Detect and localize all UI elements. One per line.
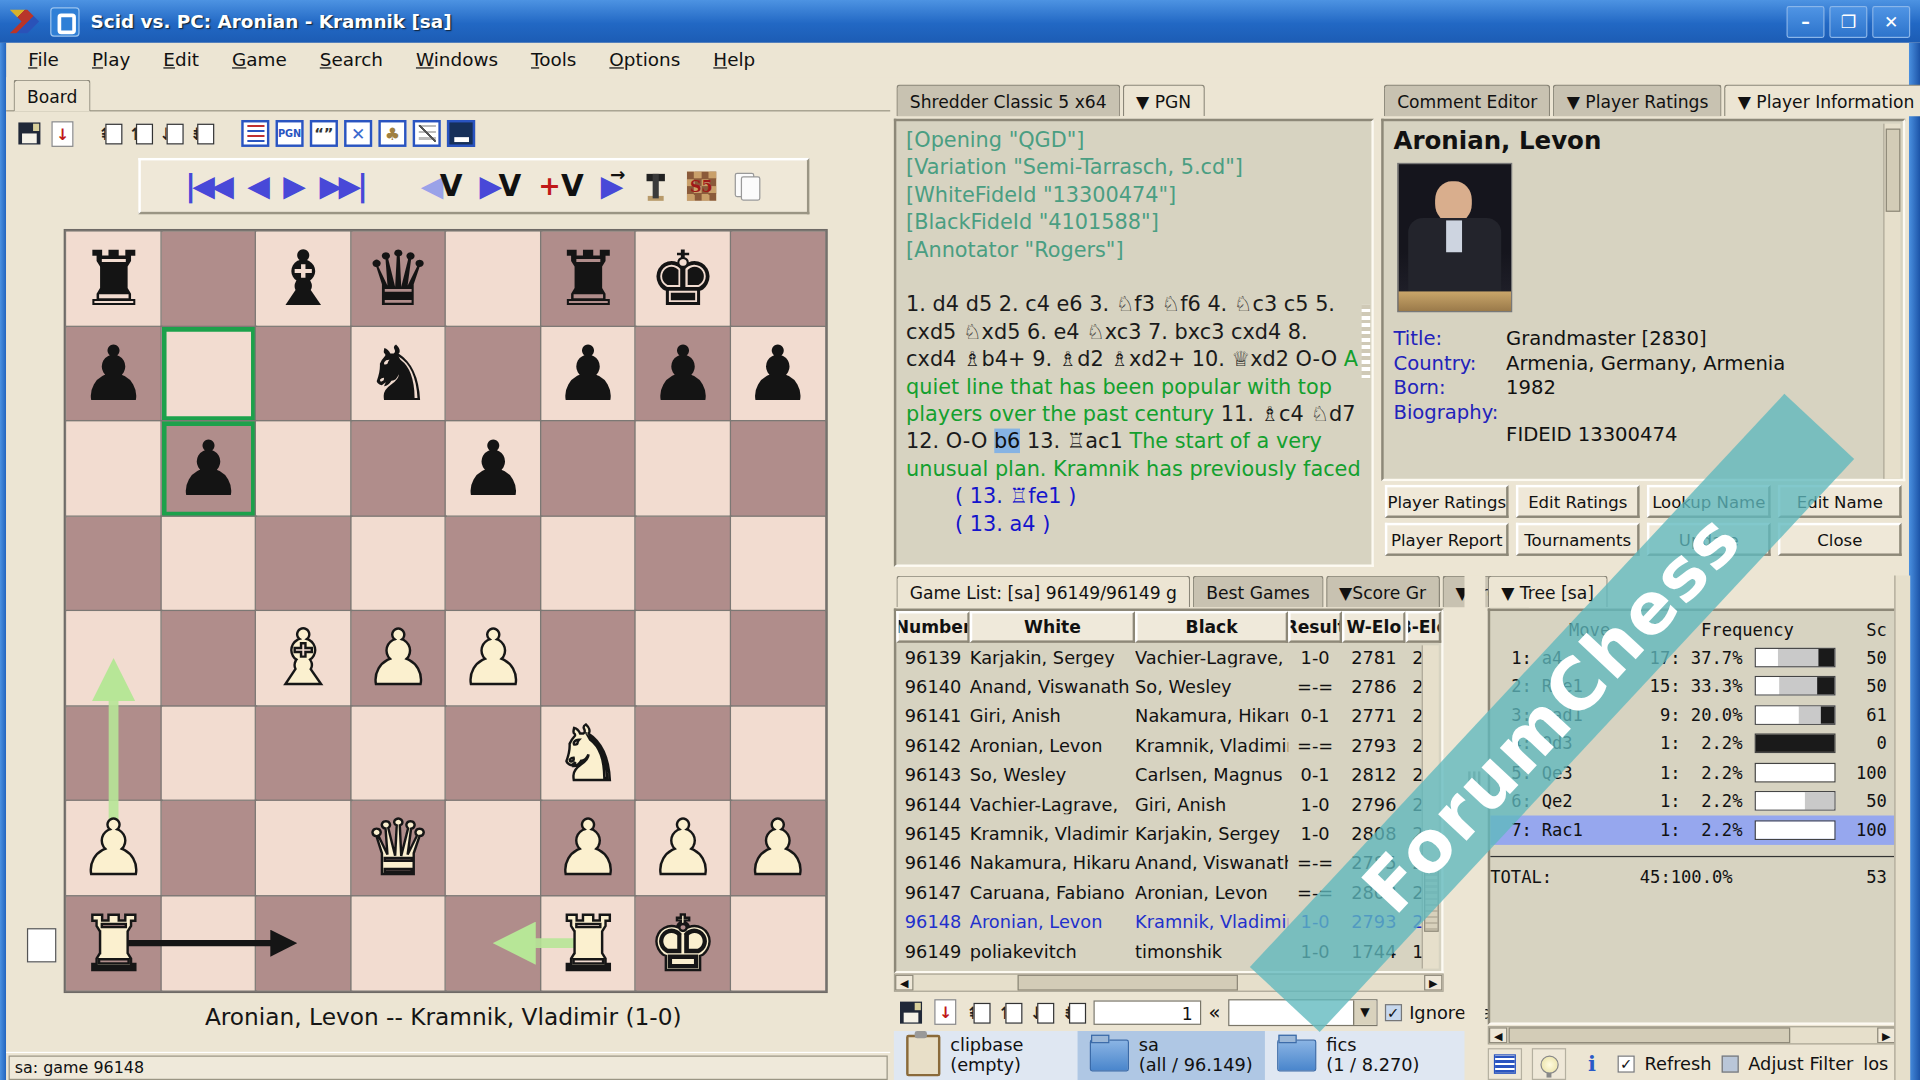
chess-board[interactable]: ♜♝♛♜♚♟♞♟♟♟♟♟♝♟♟♞♟♛♟♟♟♜♜♚ [64, 229, 828, 993]
tree-table[interactable]: MoveFrequencySc 1:a417: 37.7%50 2:Rfe115… [1490, 611, 1894, 1022]
game-list-icon[interactable] [241, 120, 269, 147]
white-pawn-d4: ♟ [351, 611, 446, 706]
status-bar: sa: game 96148 [6, 1052, 890, 1080]
square-a3[interactable] [66, 706, 161, 801]
panel-sash[interactable] [1464, 576, 1485, 1080]
square-h8[interactable] [730, 231, 825, 326]
clipboard-icon [906, 1035, 940, 1077]
game-row-96145[interactable]: 96145Kramnik, VladimirKarjakin, Sergey1-… [896, 819, 1441, 848]
column-w-elo[interactable]: W-Elo [1342, 611, 1406, 643]
square-g7[interactable]: ♟ [636, 326, 731, 421]
window-border-right [1909, 43, 1920, 1080]
white-knight-f3: ♞ [541, 706, 636, 801]
game-row-96142[interactable]: 96142Aronian, LevonKramnik, Vladimir=-=2… [896, 731, 1441, 760]
copy-icon[interactable] [733, 171, 762, 200]
engine-icon[interactable] [447, 120, 475, 147]
white-king-g1: ♚ [636, 896, 731, 991]
square-b7[interactable] [161, 326, 256, 421]
square-b4[interactable] [161, 611, 256, 706]
gamelist-save-icon[interactable] [898, 999, 925, 1026]
player-scrollbar[interactable] [1883, 124, 1900, 479]
close-button[interactable]: Close [1778, 523, 1902, 556]
move-back-button[interactable]: ◀ [247, 171, 266, 200]
lookup-name-button[interactable]: Lookup Name [1647, 485, 1771, 518]
refresh-label: Refresh [1644, 1054, 1711, 1074]
game-row-96139[interactable]: 96139Karjakin, SergeyVachier-Lagrave,1-0… [896, 643, 1441, 672]
menu-game[interactable]: Game [232, 49, 287, 71]
square-c2[interactable] [256, 801, 351, 896]
square-g4[interactable] [636, 611, 731, 706]
tree-move-Rad1[interactable]: 3:Rad1 9: 20.0%61 [1490, 700, 1894, 729]
folder-icon [1277, 1040, 1316, 1072]
black-knight-d7: ♞ [351, 326, 446, 421]
tournaments-button[interactable]: Tournaments [1516, 523, 1640, 556]
tree-hscrollbar[interactable]: ◀▶ [1488, 1026, 1897, 1044]
white-rook-f1: ♜ [541, 896, 636, 991]
column-number[interactable]: Number [896, 611, 969, 643]
combobox-dropdown-icon: ▼ [1353, 1000, 1376, 1024]
add-variation-button[interactable]: +V [538, 171, 583, 200]
square-e1[interactable] [446, 896, 541, 991]
square-g2[interactable]: ♟ [636, 801, 731, 896]
gamelist-next-icon[interactable]: ↓ [1030, 1000, 1054, 1024]
game-row-96143[interactable]: 96143So, WesleyCarlsen, Magnus0-1281228 [896, 760, 1441, 789]
pgn-variation[interactable]: ( 13. a4 ) [906, 510, 1362, 537]
gamelist-last-icon[interactable]: ⇟ [1062, 1000, 1086, 1024]
game-row-96144[interactable]: 96144Vachier-Lagrave,Giri, Anish1-027962… [896, 790, 1441, 819]
score-bar [1755, 820, 1836, 840]
tab-game-list-sa-96149-96149-g[interactable]: Game List: [sa] 96149/96149 g [896, 576, 1190, 608]
square-c3[interactable] [256, 706, 351, 801]
square-h2[interactable]: ♟ [730, 801, 825, 896]
square-f5[interactable] [541, 516, 636, 611]
square-h5[interactable] [730, 516, 825, 611]
square-c4[interactable]: ♝ [256, 611, 351, 706]
folder-open-icon [1090, 1040, 1129, 1072]
white-rook-a1: ♜ [66, 896, 161, 991]
square-g3[interactable] [636, 706, 731, 801]
menubar: FilePlayEditGameSearchWindowsToolsOption… [6, 43, 1920, 77]
edit-ratings-button[interactable]: Edit Ratings [1516, 485, 1640, 518]
square-f7[interactable]: ♟ [541, 326, 636, 421]
square-a5[interactable] [66, 516, 161, 611]
tab--player-ratings[interactable]: ▼ Player Ratings [1553, 84, 1722, 116]
square-h4[interactable] [730, 611, 825, 706]
save-icon[interactable] [16, 120, 43, 147]
square-c8[interactable]: ♝ [256, 231, 351, 326]
square-b5[interactable] [161, 516, 256, 611]
player-report-button[interactable]: Player Report [1385, 523, 1509, 556]
exit-variation-button[interactable]: ◀V [421, 171, 463, 200]
enter-variation-button[interactable]: ▶V [480, 171, 522, 200]
status-text: sa: game 96148 [9, 1056, 888, 1080]
pgn-current-move[interactable]: b6 [994, 429, 1020, 453]
column-b-elo[interactable]: B-Elo [1406, 611, 1442, 643]
menu-options[interactable]: Options [609, 49, 680, 71]
tab--pgn[interactable]: ▼ PGN [1123, 84, 1205, 116]
pgn-tabs: Shredder Classic 5 x64▼ PGN [896, 84, 1207, 120]
score-bar [1755, 647, 1836, 667]
white-bishop-c4: ♝ [256, 611, 351, 706]
game-row-96146[interactable]: 96146Nakamura, HikaruAnand, Viswanath=-=… [896, 849, 1441, 878]
square-c5[interactable] [256, 516, 351, 611]
tab-comment-editor[interactable]: Comment Editor [1384, 84, 1551, 116]
square-a8[interactable]: ♜ [66, 231, 161, 326]
square-h6[interactable] [730, 421, 825, 516]
square-b2[interactable] [161, 801, 256, 896]
menu-file[interactable]: File [28, 49, 59, 71]
white-pawn-f2: ♟ [541, 801, 636, 896]
square-e4[interactable]: ♟ [446, 611, 541, 706]
game-row-96149[interactable]: 96149poliakevitchtimonshik1-0174415 [896, 937, 1441, 966]
black-rook-a8: ♜ [66, 231, 161, 326]
score-bar [1755, 734, 1836, 754]
pgn-tag: [BlackFideId "4101588"] [906, 209, 1362, 236]
square-e5[interactable] [446, 516, 541, 611]
prev-game-icon[interactable]: ↑ [129, 121, 153, 145]
game-list-window: NumberWhiteBlackResultW-EloB-Elo 96139Ka… [894, 609, 1444, 974]
pgn-window: [Opening "QGD"][Variation "Semi-Tarrasch… [894, 119, 1374, 567]
square-a1[interactable]: ♜ [66, 896, 161, 991]
maintenance-icon[interactable]: ✕ [344, 120, 372, 147]
black-pawn-f7: ♟ [541, 326, 636, 421]
search-combobox[interactable]: ▼ [1228, 999, 1377, 1026]
nav-toolbar: |◀◀ ◀ ▶ ▶▶| ◀V ▶V +V ▶→ S5 [138, 158, 809, 214]
pgn-window-icon[interactable]: PGN [276, 120, 304, 147]
player-information-window: Aronian, Levon Title:Grandmaster [2830]C… [1381, 119, 1905, 481]
white-queen-d2: ♛ [351, 801, 446, 896]
scid-window: Scid vs. PC: Aronian - Kramnik [sa] – ❐ … [0, 0, 1920, 1080]
pgn-tag: [Annotator "Rogers"] [906, 236, 1362, 263]
square-f8[interactable]: ♜ [541, 231, 636, 326]
tree-total-row: TOTAL:45:100.0%53 [1490, 855, 1894, 891]
update-button[interactable]: Update [1647, 523, 1771, 556]
square-e8[interactable] [446, 231, 541, 326]
pgn-move[interactable]: 1. d4 d5 2. c4 e6 3. ♘f3 ♘f6 4. ♘c3 c5 5… [906, 292, 1344, 371]
gamelist-toolbar: ↓ ⇞ ↑ ↓ ⇟ 1 « ▼ ✓ Ignore case [898, 996, 1513, 1029]
column-result[interactable]: Result [1288, 611, 1342, 643]
square-f4[interactable] [541, 611, 636, 706]
player-field-born: Born:1982 [1393, 376, 1556, 399]
score-bar [1755, 763, 1836, 783]
maximize-button[interactable]: ❐ [1829, 6, 1867, 38]
player-ratings-button[interactable]: Player Ratings [1385, 485, 1509, 518]
tab--score-gr[interactable]: ▼Score Gr [1326, 576, 1440, 608]
game-row-96148[interactable]: 96148Aronian, LevonKramnik, Vladimir1-02… [896, 907, 1441, 936]
square-d6[interactable] [351, 421, 446, 516]
square-f6[interactable] [541, 421, 636, 516]
player-photo [1397, 163, 1512, 312]
pgn-variation[interactable]: ( 13. ♖fe1 ) [906, 483, 1362, 510]
square-f3[interactable]: ♞ [541, 706, 636, 801]
player-field-title: Title:Grandmaster [2830] [1393, 327, 1706, 350]
square-d8[interactable]: ♛ [351, 231, 446, 326]
score-bar [1755, 676, 1836, 696]
square-c6[interactable] [256, 421, 351, 516]
pgn-tag: [Variation "Semi-Tarrasch, 5.cd"] [906, 154, 1362, 181]
square-a7[interactable]: ♟ [66, 326, 161, 421]
square-f1[interactable]: ♜ [541, 896, 636, 991]
square-e6[interactable]: ♟ [446, 421, 541, 516]
black-pawn-h7: ♟ [730, 326, 825, 421]
score-bar [1755, 791, 1836, 811]
player-tabs: Comment Editor▼ Player Ratings▼ Player I… [1384, 84, 1920, 120]
ignore-case-checkbox[interactable]: ✓ [1385, 1003, 1402, 1020]
menu-edit[interactable]: Edit [163, 49, 199, 71]
last-game-icon[interactable]: ⇟ [190, 121, 214, 145]
square-g8[interactable]: ♚ [636, 231, 731, 326]
black-rook-f8: ♜ [541, 231, 636, 326]
game-row-96140[interactable]: 96140Anand, ViswanathSo, Wesley=-=278628 [896, 672, 1441, 701]
pgn-move[interactable]: 13. ♖ac1 [1020, 429, 1129, 453]
square-d7[interactable]: ♞ [351, 326, 446, 421]
gamelist-body: 96139Karjakin, SergeyVachier-Lagrave,1-0… [896, 643, 1441, 966]
window-title: Scid vs. PC: Aronian - Kramnik [sa] [91, 10, 452, 32]
goto-start-button[interactable]: |◀◀ [185, 171, 230, 200]
tree-move-Rfe1[interactable]: 2:Rfe115: 33.3%50 [1490, 672, 1894, 701]
player-fideid: FIDEID 13300474 [1506, 422, 1677, 445]
board-toolbar: ↓ ⇞ ↑ ↓ ⇟ PGN “” ✕ ♣ [16, 118, 475, 150]
square-d1[interactable] [351, 896, 446, 991]
clipped-button-text[interactable]: los [1863, 1054, 1887, 1074]
square-e2[interactable] [446, 801, 541, 896]
tree-list-icon[interactable] [1488, 1048, 1522, 1080]
player-field-country: Country:Armenia, Germany, Armenia [1393, 351, 1785, 374]
pgn-text[interactable]: [Opening "QGD"][Variation "Semi-Tarrasch… [896, 121, 1371, 564]
square-h3[interactable] [730, 706, 825, 801]
edit-name-button[interactable]: Edit Name [1778, 485, 1902, 518]
tree-window-icon[interactable]: ♣ [378, 120, 406, 147]
training-lightbulb-icon[interactable] [1532, 1048, 1566, 1080]
tree-bottom-bar: i ✓ Refresh Adjust Filter los [1488, 1048, 1897, 1080]
database-switcher: clipbase(empty)sa(all / 96.149)fics(1 / … [894, 1031, 1479, 1080]
game-caption: Aronian, Levon -- Kramnik, Vladimir (1-0… [64, 1003, 823, 1030]
gamelist-tabs: Game List: [sa] 96149/96149 gBest Games▼… [896, 576, 1531, 610]
gamelist-prev-icon[interactable]: ↑ [998, 1000, 1022, 1024]
tree-move-Qe3[interactable]: 5:Qe3 1: 2.2%100 [1490, 758, 1894, 787]
player-name: Aronian, Levon [1393, 126, 1601, 155]
player-field-biography: Biography: [1393, 400, 1506, 423]
white-pawn-a2: ♟ [66, 801, 161, 896]
back-symbol[interactable]: « [1209, 1000, 1221, 1023]
tree-move-Qd3[interactable]: 4:Qd3 1: 2.2%0 [1490, 729, 1894, 758]
next-game-icon[interactable]: ↓ [159, 121, 183, 145]
square-h7[interactable]: ♟ [730, 326, 825, 421]
black-pawn-e6: ♟ [446, 421, 541, 516]
gamelist-export-icon[interactable]: ↓ [932, 999, 959, 1026]
shredder-engine-icon[interactable]: S5 [687, 171, 716, 200]
square-b8[interactable] [161, 231, 256, 326]
tab-tree[interactable]: ▼ Tree [sa] [1488, 576, 1608, 608]
gamelist-header[interactable]: NumberWhiteBlackResultW-EloB-Elo [896, 611, 1441, 643]
square-d5[interactable] [351, 516, 446, 611]
square-a2[interactable]: ♟ [66, 801, 161, 896]
square-g1[interactable]: ♚ [636, 896, 731, 991]
square-d3[interactable] [351, 706, 446, 801]
square-b3[interactable] [161, 706, 256, 801]
menu-help[interactable]: Help [713, 49, 755, 71]
column-black[interactable]: Black [1135, 611, 1288, 643]
square-g5[interactable] [636, 516, 731, 611]
square-a6[interactable] [66, 421, 161, 516]
gamelist-hscrollbar[interactable]: ◀▶ [894, 973, 1444, 991]
right-scroll-strip[interactable] [1894, 576, 1910, 1080]
scid-logo-icon [10, 7, 39, 36]
black-pawn-a7: ♟ [66, 326, 161, 421]
square-d2[interactable]: ♛ [351, 801, 446, 896]
white-pawn-e4: ♟ [446, 611, 541, 706]
black-king-g8: ♚ [636, 231, 731, 326]
black-queen-d8: ♛ [351, 231, 446, 326]
square-e3[interactable] [446, 706, 541, 801]
black-pawn-g7: ♟ [636, 326, 731, 421]
black-bishop-c8: ♝ [256, 231, 351, 326]
tree-move-Qe2[interactable]: 6:Qe2 1: 2.2%50 [1490, 787, 1894, 816]
score-bar [1755, 705, 1836, 725]
menu-tools[interactable]: Tools [531, 49, 576, 71]
tab-shredder-classic-5-x64[interactable]: Shredder Classic 5 x64 [896, 84, 1120, 116]
board-panel: Board ↓ ⇞ ↑ ↓ ⇟ PGN “” ✕ ♣ |◀◀ ◀ ▶ ▶▶| ◀… [6, 77, 890, 1052]
pgn-tag: [WhiteFideId "13300474"] [906, 181, 1362, 208]
pgn-tag: [Opening "QGD"] [906, 126, 1362, 153]
square-c7[interactable] [256, 326, 351, 421]
black-pawn-b6: ♟ [161, 421, 256, 516]
menu-search[interactable]: Search [320, 49, 383, 71]
tree-window: MoveFrequencySc 1:a417: 37.7%50 2:Rfe115… [1488, 609, 1897, 1025]
square-f2[interactable]: ♟ [541, 801, 636, 896]
export-icon[interactable]: ↓ [49, 120, 76, 147]
titlebar[interactable]: Scid vs. PC: Aronian - Kramnik [sa] – ❐ … [0, 0, 1920, 43]
first-game-icon[interactable]: ⇞ [98, 121, 122, 145]
app-icon [50, 7, 79, 36]
refresh-checkbox[interactable]: ✓ [1618, 1056, 1635, 1073]
autoplay-button[interactable]: ▶→ [601, 171, 626, 200]
gamelist-vscrollbar[interactable] [1422, 645, 1439, 968]
menu-windows[interactable]: Windows [416, 49, 498, 71]
tree-move-a4[interactable]: 1:a417: 37.7%50 [1490, 643, 1894, 672]
white-pawn-g2: ♟ [636, 801, 731, 896]
database-fics[interactable]: fics(1 / 8.270) [1265, 1031, 1449, 1080]
game-row-96141[interactable]: 96141Giri, AnishNakamura, Hikaru0-127712… [896, 702, 1441, 731]
tab--player-information[interactable]: ▼ Player Information [1724, 84, 1920, 116]
tab-board[interactable]: Board [13, 80, 90, 112]
square-a4[interactable] [66, 611, 161, 706]
square-d4[interactable]: ♟ [351, 611, 446, 706]
filter-board-icon[interactable] [413, 120, 441, 147]
screen: Scid vs. PC: Aronian - Kramnik [sa] – ❐ … [0, 0, 1920, 1080]
adjust-filter-label: Adjust Filter [1748, 1054, 1853, 1074]
comment-editor-icon[interactable]: “” [310, 120, 338, 147]
pgn-scrollbar[interactable] [1362, 305, 1371, 378]
gamelist-first-icon[interactable]: ⇞ [966, 1000, 990, 1024]
column-white[interactable]: White [970, 611, 1135, 643]
square-h1[interactable] [730, 896, 825, 991]
info-icon[interactable]: i [1576, 1049, 1608, 1078]
goto-end-button[interactable]: ▶▶| [319, 171, 364, 200]
tree-move-Rac1[interactable]: 7:Rac1 1: 2.2%100 [1490, 816, 1894, 845]
tab-best-games[interactable]: Best Games [1193, 576, 1323, 608]
database-clipbase[interactable]: clipbase(empty) [894, 1031, 1078, 1080]
gavel-icon[interactable] [643, 171, 670, 200]
side-to-move-indicator [27, 928, 56, 962]
close-button[interactable]: ✕ [1872, 6, 1910, 38]
white-pawn-h2: ♟ [730, 801, 825, 896]
square-e7[interactable] [446, 326, 541, 421]
adjust-filter-checkbox[interactable] [1721, 1056, 1738, 1073]
square-c1[interactable] [256, 896, 351, 991]
game-row-96147[interactable]: 96147Caruana, FabianoAronian, Levon=-=28… [896, 878, 1441, 907]
game-number-field[interactable]: 1 [1093, 1000, 1201, 1024]
square-g6[interactable] [636, 421, 731, 516]
square-b6[interactable]: ♟ [161, 421, 256, 516]
square-b1[interactable] [161, 896, 256, 991]
minimize-button[interactable]: – [1787, 6, 1825, 38]
database-sa[interactable]: sa(all / 96.149) [1078, 1031, 1265, 1080]
move-forward-button[interactable]: ▶ [283, 171, 302, 200]
menu-play[interactable]: Play [92, 49, 130, 71]
